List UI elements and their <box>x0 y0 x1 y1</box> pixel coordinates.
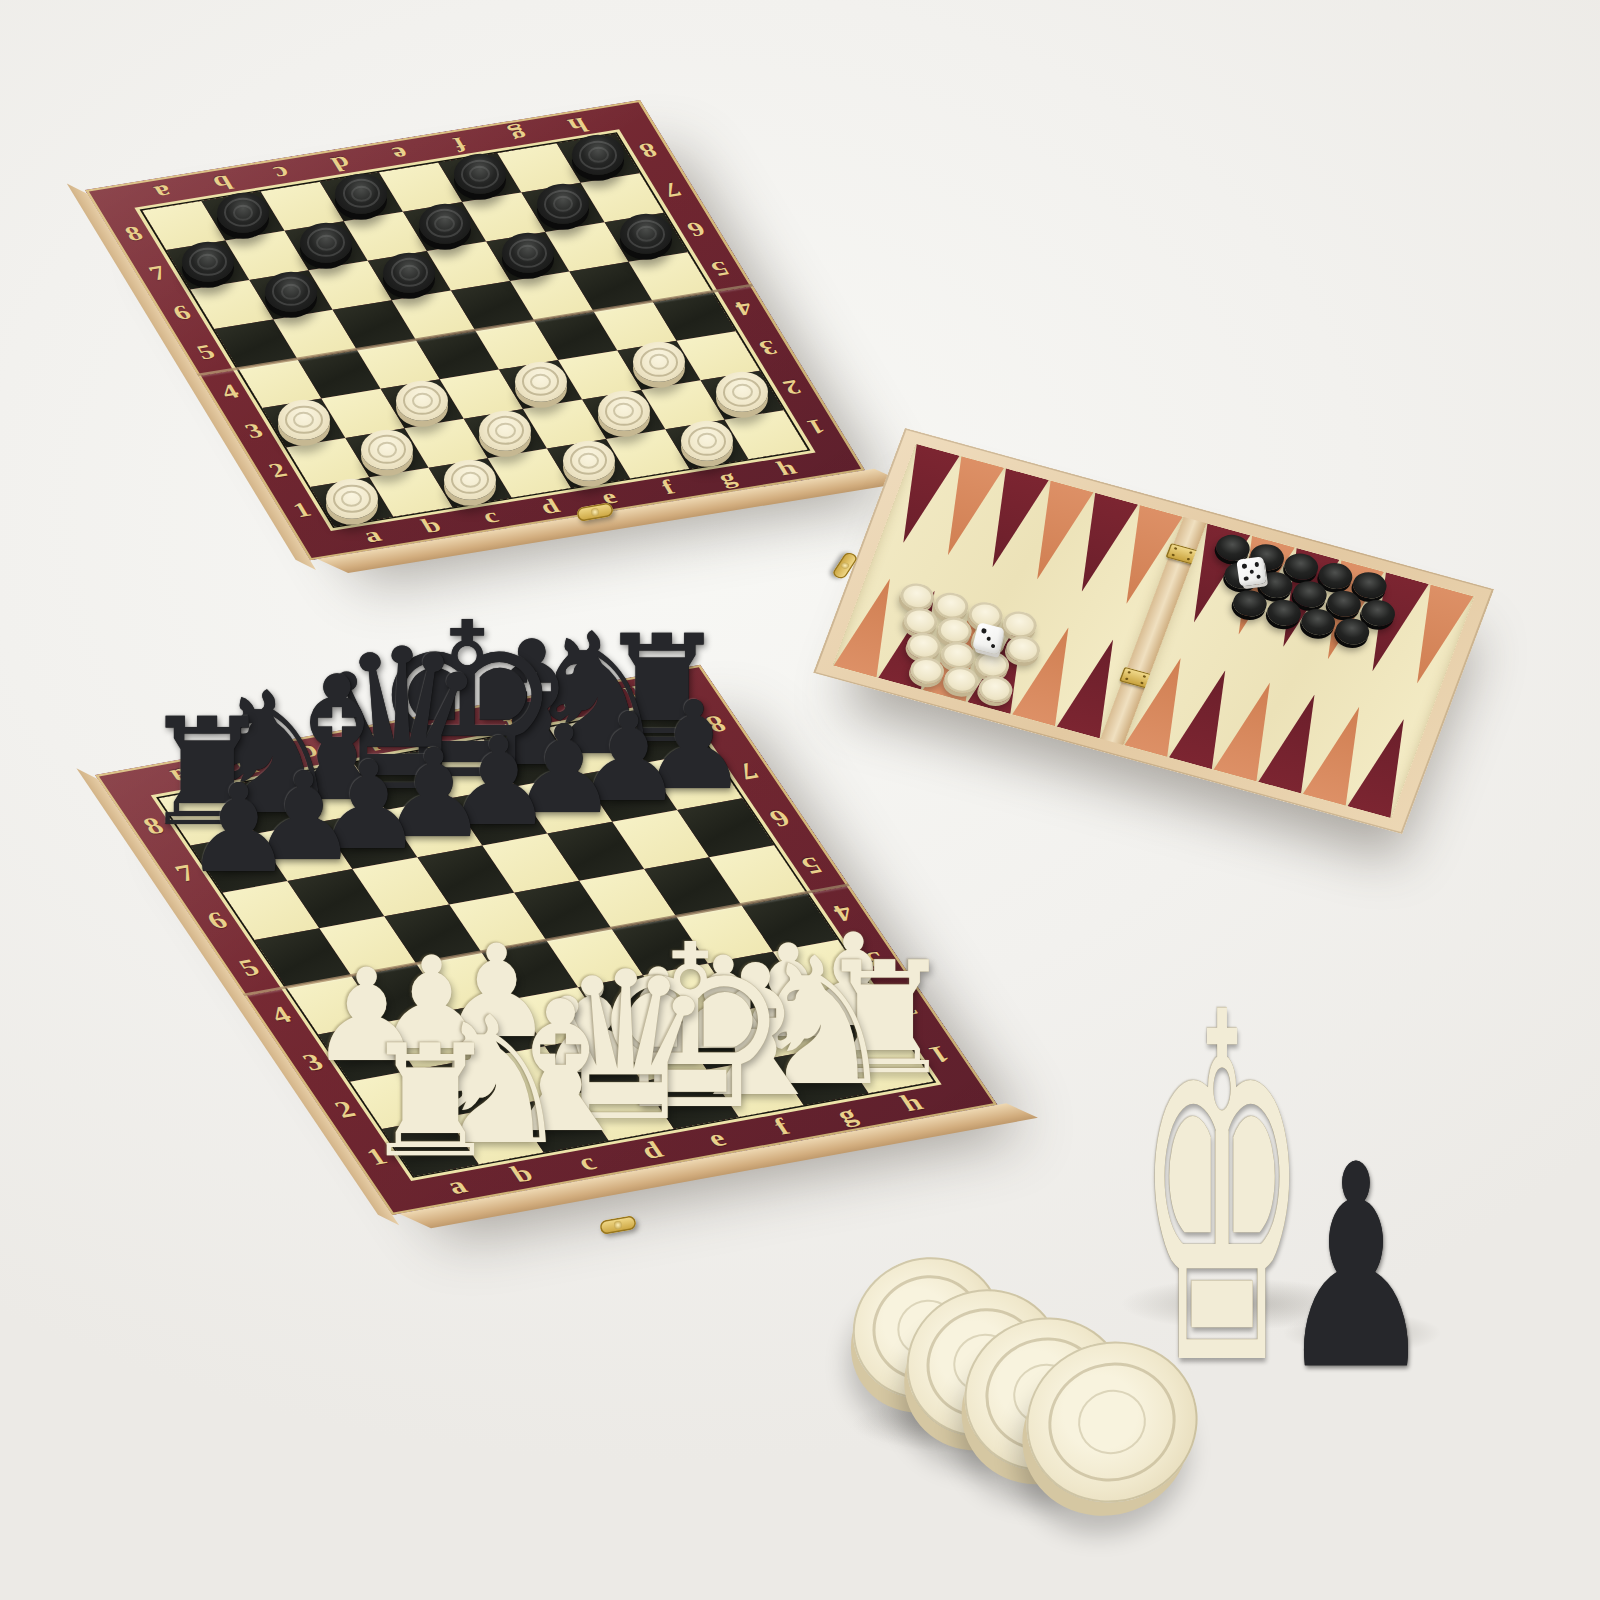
rank-label: 2 <box>264 458 292 483</box>
rank-label: 3 <box>859 946 891 973</box>
die-pip <box>986 636 991 641</box>
file-label: f <box>492 704 519 730</box>
file-label: b <box>417 513 446 538</box>
die[interactable] <box>1236 556 1266 586</box>
rank-label: 1 <box>361 1143 393 1170</box>
file-label: f <box>448 132 471 156</box>
file-label: a <box>150 180 178 205</box>
rank-label: 8 <box>120 221 148 246</box>
file-label: g <box>713 465 741 490</box>
rank-label: 3 <box>297 1048 329 1075</box>
file-label: e <box>702 1125 732 1152</box>
file-label: c <box>269 161 295 185</box>
file-label: b <box>229 751 262 779</box>
die-pip <box>1254 562 1259 567</box>
rank-label: 2 <box>891 993 923 1020</box>
file-label: g <box>555 692 587 719</box>
die-pip <box>1256 574 1261 579</box>
file-label: h <box>772 456 801 481</box>
clasp-icon[interactable] <box>831 551 859 580</box>
rank-label: 3 <box>240 419 268 444</box>
rank-label: 7 <box>144 261 172 286</box>
file-label: h <box>619 680 652 708</box>
file-label: c <box>572 1149 602 1176</box>
rank-label: 8 <box>634 138 662 163</box>
file-label: d <box>326 151 355 176</box>
file-label: e <box>426 716 456 743</box>
rank-label: 3 <box>754 335 782 360</box>
rank-label: 6 <box>764 804 796 831</box>
rank-label: 1 <box>288 498 316 523</box>
die-pip <box>990 643 995 648</box>
rank-label: 2 <box>329 1095 361 1122</box>
rank-label: 6 <box>682 217 710 242</box>
rank-label: 8 <box>700 710 732 737</box>
die-pip <box>981 628 986 633</box>
file-label: c <box>296 740 326 767</box>
rank-label: 1 <box>802 414 830 439</box>
file-label: b <box>208 170 237 195</box>
rank-label: 4 <box>828 899 860 926</box>
rank-label: 5 <box>796 851 828 878</box>
file-label: a <box>165 763 197 790</box>
rank-label: 7 <box>658 177 686 202</box>
file-label: g <box>505 122 533 147</box>
backgammon-board-group <box>813 428 1494 834</box>
chess-board: aa88bb77cc66dd55ee44ff33gg22hh11 <box>95 665 997 1215</box>
die-pip <box>1249 569 1254 574</box>
checkers-board: aa88bb77cc66dd55ee44ff33gg22hh11 <box>85 100 865 560</box>
file-label: d <box>535 494 564 519</box>
die-pip <box>1244 576 1249 581</box>
rank-label: 4 <box>216 379 244 404</box>
file-label: f <box>657 475 680 499</box>
file-label: f <box>768 1113 795 1139</box>
clasp-icon[interactable] <box>599 1215 637 1235</box>
rank-label: 8 <box>137 812 169 839</box>
backgammon-board <box>813 428 1494 834</box>
file-label: a <box>441 1172 473 1199</box>
file-label: a <box>358 523 386 548</box>
black-pawn-loose[interactable]: ♟ <box>1278 1128 1434 1408</box>
rank-label: 5 <box>233 954 265 981</box>
backgammon-point <box>881 444 961 549</box>
file-label: d <box>635 1136 668 1164</box>
rank-label: 6 <box>168 300 196 325</box>
rank-label: 7 <box>732 757 764 784</box>
die-pip <box>1242 564 1247 569</box>
rank-label: 6 <box>201 907 233 934</box>
file-label: b <box>505 1160 538 1188</box>
file-label: e <box>387 142 413 166</box>
rank-label: 1 <box>923 1040 955 1067</box>
backgammon-point <box>1347 713 1427 818</box>
file-label: c <box>477 504 503 528</box>
rank-label: 5 <box>192 340 220 365</box>
rank-label: 4 <box>730 296 758 321</box>
rank-label: 5 <box>706 256 734 281</box>
file-label: h <box>563 113 592 138</box>
file-label: h <box>895 1089 928 1117</box>
file-label: g <box>831 1101 863 1128</box>
file-label: d <box>359 728 392 756</box>
rank-label: 4 <box>265 1001 297 1028</box>
checkers-board-group: aa88bb77cc66dd55ee44ff33gg22hh11 <box>85 100 865 560</box>
rank-label: 7 <box>169 859 201 886</box>
chess-board-group: aa88bb77cc66dd55ee44ff33gg22hh11 <box>95 665 997 1215</box>
rank-label: 2 <box>778 375 806 400</box>
